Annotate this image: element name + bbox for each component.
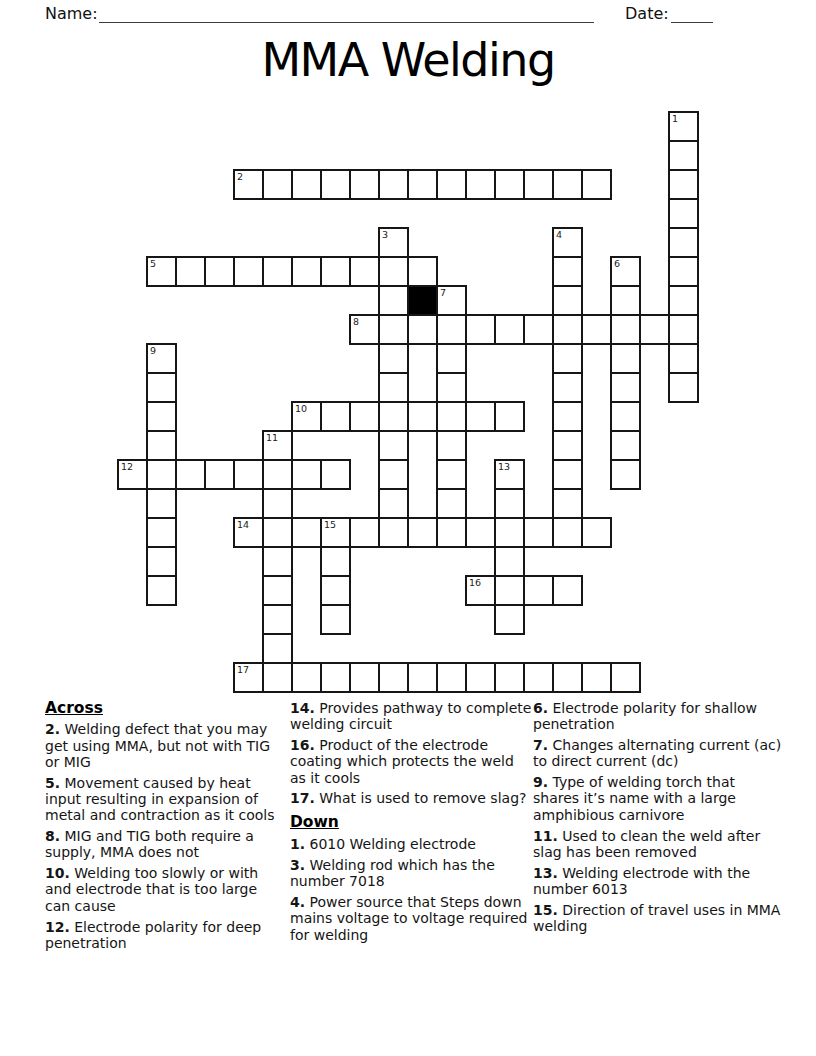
grid-cell-r19-c16[interactable]: [581, 662, 612, 693]
grid-cell-r15-c5[interactable]: [262, 546, 293, 577]
grid-cell-r5-c6[interactable]: [291, 256, 322, 287]
grid-cell-r15-c1[interactable]: [146, 546, 177, 577]
grid-cell-r13-c9[interactable]: [378, 488, 409, 519]
grid-cell-r5-c2[interactable]: [175, 256, 206, 287]
grid-cell-r12-c6[interactable]: [291, 459, 322, 490]
grid-cell-r10-c6[interactable]: 10: [291, 401, 322, 432]
grid-cell-r14-c4[interactable]: 14: [233, 517, 264, 548]
grid-cell-r19-c4[interactable]: 17: [233, 662, 264, 693]
clue-across-8: 8. MIG and TIG both require a supply, MM…: [45, 828, 285, 861]
clue-column-2: 14. Provides pathway to complete welding…: [290, 700, 533, 947]
grid-cell-r18-c5[interactable]: [262, 633, 293, 664]
clue-column-1: Across2. Welding defect that you may get…: [45, 700, 285, 956]
grid-cell-r1-c19[interactable]: [668, 140, 699, 171]
grid-cell-r0-c19[interactable]: 1: [668, 111, 699, 142]
grid-cell-r17-c13[interactable]: [494, 604, 525, 635]
grid-cell-r19-c11[interactable]: [436, 662, 467, 693]
grid-cell-r13-c1[interactable]: [146, 488, 177, 519]
grid-cell-r7-c16[interactable]: [581, 314, 612, 345]
grid-cell-r12-c5[interactable]: [262, 459, 293, 490]
grid-cell-r14-c6[interactable]: [291, 517, 322, 548]
grid-cell-r6-c15[interactable]: [552, 285, 583, 316]
cell-number-16: 16: [469, 577, 481, 588]
grid-cell-r2-c5[interactable]: [262, 169, 293, 200]
clue-across-12: 12. Electrode polarity for deep penetrat…: [45, 919, 285, 952]
grid-cell-r4-c15[interactable]: 4: [552, 227, 583, 258]
cell-number-7: 7: [440, 287, 446, 298]
cell-number-2: 2: [237, 171, 243, 182]
grid-cell-r7-c19[interactable]: [668, 314, 699, 345]
grid-cell-r10-c9[interactable]: [378, 401, 409, 432]
grid-cell-r2-c13[interactable]: [494, 169, 525, 200]
grid-cell-r16-c1[interactable]: [146, 575, 177, 606]
grid-cell-r14-c9[interactable]: [378, 517, 409, 548]
grid-cell-r7-c10[interactable]: [407, 314, 438, 345]
grid-cell-r17-c7[interactable]: [320, 604, 351, 635]
grid-cell-r14-c1[interactable]: [146, 517, 177, 548]
grid-cell-r14-c15[interactable]: [552, 517, 583, 548]
grid-cell-r5-c9[interactable]: [378, 256, 409, 287]
grid-cell-r19-c7[interactable]: [320, 662, 351, 693]
grid-cell-r12-c0[interactable]: 12: [117, 459, 148, 490]
grid-cell-r7-c12[interactable]: [465, 314, 496, 345]
cell-number-9: 9: [150, 345, 156, 356]
grid-cell-r4-c9[interactable]: 3: [378, 227, 409, 258]
clue-down-9: 9. Type of welding torch that shares it’…: [533, 774, 783, 823]
grid-cell-r2-c15[interactable]: [552, 169, 583, 200]
grid-cell-r15-c13[interactable]: [494, 546, 525, 577]
clue-across-14: 14. Provides pathway to complete welding…: [290, 700, 533, 733]
grid-cell-r14-c11[interactable]: [436, 517, 467, 548]
grid-cell-r7-c9[interactable]: [378, 314, 409, 345]
clue-column-3: 6. Electrode polarity for shallow penetr…: [533, 700, 783, 939]
grid-cell-r19-c6[interactable]: [291, 662, 322, 693]
grid-cell-r11-c15[interactable]: [552, 430, 583, 461]
grid-cell-r12-c7[interactable]: [320, 459, 351, 490]
grid-cell-r9-c17[interactable]: [610, 372, 641, 403]
grid-cell-r12-c3[interactable]: [204, 459, 235, 490]
grid-cell-r12-c11[interactable]: [436, 459, 467, 490]
clue-down-6: 6. Electrode polarity for shallow penetr…: [533, 700, 783, 733]
clue-across-5: 5. Movement caused by heat input resulti…: [45, 775, 285, 824]
grid-cell-r8-c17[interactable]: [610, 343, 641, 374]
clue-across-10: 10. Welding too slowly or with and elect…: [45, 865, 285, 914]
grid-cell-r2-c11[interactable]: [436, 169, 467, 200]
grid-cell-r12-c4[interactable]: [233, 459, 264, 490]
grid-cell-r8-c15[interactable]: [552, 343, 583, 374]
grid-cell-r19-c9[interactable]: [378, 662, 409, 693]
across-heading: Across: [45, 700, 285, 716]
grid-cell-r7-c11[interactable]: [436, 314, 467, 345]
cell-number-6: 6: [614, 258, 620, 269]
grid-cell-r5-c8[interactable]: [349, 256, 380, 287]
grid-cell-r14-c5[interactable]: [262, 517, 293, 548]
grid-cell-r10-c10[interactable]: [407, 401, 438, 432]
grid-cell-r6-c17[interactable]: [610, 285, 641, 316]
page-title: MMA Welding: [0, 33, 816, 87]
grid-cell-r12-c15[interactable]: [552, 459, 583, 490]
grid-cell-r14-c7[interactable]: 15: [320, 517, 351, 548]
name-input-line[interactable]: [99, 1, 594, 23]
grid-cell-r10-c13[interactable]: [494, 401, 525, 432]
grid-cell-r14-c14[interactable]: [523, 517, 554, 548]
black-cell-r6-c10: [407, 285, 438, 316]
grid-cell-r2-c7[interactable]: [320, 169, 351, 200]
grid-cell-r2-c16[interactable]: [581, 169, 612, 200]
grid-cell-r6-c9[interactable]: [378, 285, 409, 316]
down-heading: Down: [290, 814, 533, 830]
grid-cell-r3-c19[interactable]: [668, 198, 699, 229]
grid-cell-r9-c11[interactable]: [436, 372, 467, 403]
grid-cell-r13-c5[interactable]: [262, 488, 293, 519]
grid-cell-r9-c9[interactable]: [378, 372, 409, 403]
grid-cell-r5-c5[interactable]: [262, 256, 293, 287]
cell-number-13: 13: [498, 461, 510, 472]
grid-cell-r17-c5[interactable]: [262, 604, 293, 635]
grid-cell-r2-c8[interactable]: [349, 169, 380, 200]
grid-cell-r16-c12[interactable]: 16: [465, 575, 496, 606]
grid-cell-r16-c7[interactable]: [320, 575, 351, 606]
grid-cell-r7-c17[interactable]: [610, 314, 641, 345]
grid-cell-r8-c1[interactable]: 9: [146, 343, 177, 374]
grid-cell-r5-c15[interactable]: [552, 256, 583, 287]
cell-number-3: 3: [382, 229, 388, 240]
grid-cell-r14-c13[interactable]: [494, 517, 525, 548]
grid-cell-r12-c1[interactable]: [146, 459, 177, 490]
grid-cell-r8-c11[interactable]: [436, 343, 467, 374]
date-input-line[interactable]: [671, 1, 713, 23]
cell-number-5: 5: [150, 258, 156, 269]
grid-cell-r11-c17[interactable]: [610, 430, 641, 461]
grid-cell-r10-c7[interactable]: [320, 401, 351, 432]
grid-cell-r12-c13[interactable]: 13: [494, 459, 525, 490]
grid-cell-r7-c14[interactable]: [523, 314, 554, 345]
grid-cell-r7-c15[interactable]: [552, 314, 583, 345]
grid-cell-r10-c8[interactable]: [349, 401, 380, 432]
grid-cell-r6-c19[interactable]: [668, 285, 699, 316]
grid-cell-r10-c12[interactable]: [465, 401, 496, 432]
grid-cell-r8-c9[interactable]: [378, 343, 409, 374]
name-label: Name:: [45, 4, 98, 23]
grid-cell-r10-c15[interactable]: [552, 401, 583, 432]
clue-down-7: 7. Changes alternating current (ac) to d…: [533, 737, 783, 770]
grid-cell-r11-c1[interactable]: [146, 430, 177, 461]
cell-number-15: 15: [324, 519, 336, 530]
grid-cell-r5-c7[interactable]: [320, 256, 351, 287]
grid-cell-r10-c1[interactable]: [146, 401, 177, 432]
grid-cell-r9-c15[interactable]: [552, 372, 583, 403]
grid-cell-r12-c17[interactable]: [610, 459, 641, 490]
grid-cell-r5-c17[interactable]: 6: [610, 256, 641, 287]
clue-across-16: 16. Product of the electrode coating whi…: [290, 737, 533, 786]
grid-cell-r19-c15[interactable]: [552, 662, 583, 693]
grid-cell-r7-c13[interactable]: [494, 314, 525, 345]
grid-cell-r2-c4[interactable]: 2: [233, 169, 264, 200]
grid-cell-r16-c14[interactable]: [523, 575, 554, 606]
grid-cell-r19-c5[interactable]: [262, 662, 293, 693]
grid-cell-r19-c12[interactable]: [465, 662, 496, 693]
grid-cell-r5-c19[interactable]: [668, 256, 699, 287]
grid-cell-r5-c1[interactable]: 5: [146, 256, 177, 287]
cell-number-12: 12: [121, 461, 133, 472]
grid-cell-r2-c19[interactable]: [668, 169, 699, 200]
grid-cell-r7-c8[interactable]: 8: [349, 314, 380, 345]
clue-down-13: 13. Welding electrode with the number 60…: [533, 865, 783, 898]
cell-number-4: 4: [556, 229, 562, 240]
grid-cell-r2-c6[interactable]: [291, 169, 322, 200]
date-label: Date:: [625, 4, 669, 23]
grid-cell-r10-c17[interactable]: [610, 401, 641, 432]
grid-cell-r2-c12[interactable]: [465, 169, 496, 200]
grid-cell-r9-c19[interactable]: [668, 372, 699, 403]
grid-cell-r14-c16[interactable]: [581, 517, 612, 548]
grid-cell-r2-c9[interactable]: [378, 169, 409, 200]
grid-cell-r5-c3[interactable]: [204, 256, 235, 287]
clue-down-3: 3. Welding rod which has the number 7018: [290, 857, 533, 890]
grid-cell-r14-c8[interactable]: [349, 517, 380, 548]
grid-cell-r11-c5[interactable]: 11: [262, 430, 293, 461]
grid-cell-r5-c10[interactable]: [407, 256, 438, 287]
grid-cell-r14-c10[interactable]: [407, 517, 438, 548]
cell-number-8: 8: [353, 316, 359, 327]
clue-down-1: 1. 6010 Welding electrode: [290, 836, 533, 852]
grid-cell-r11-c11[interactable]: [436, 430, 467, 461]
grid-cell-r19-c14[interactable]: [523, 662, 554, 693]
grid-cell-r19-c13[interactable]: [494, 662, 525, 693]
grid-cell-r16-c13[interactable]: [494, 575, 525, 606]
grid-cell-r13-c11[interactable]: [436, 488, 467, 519]
grid-cell-r19-c17[interactable]: [610, 662, 641, 693]
grid-cell-r8-c19[interactable]: [668, 343, 699, 374]
grid-cell-r12-c9[interactable]: [378, 459, 409, 490]
grid-cell-r2-c10[interactable]: [407, 169, 438, 200]
clue-down-11: 11. Used to clean the weld after slag ha…: [533, 828, 783, 861]
clue-across-2: 2. Welding defect that you may get using…: [45, 721, 285, 770]
grid-cell-r10-c11[interactable]: [436, 401, 467, 432]
grid-cell-r12-c2[interactable]: [175, 459, 206, 490]
grid-cell-r13-c13[interactable]: [494, 488, 525, 519]
grid-cell-r7-c18[interactable]: [639, 314, 670, 345]
grid-cell-r16-c5[interactable]: [262, 575, 293, 606]
grid-cell-r16-c15[interactable]: [552, 575, 583, 606]
clue-down-15: 15. Direction of travel uses in MMA weld…: [533, 902, 783, 935]
grid-cell-r2-c14[interactable]: [523, 169, 554, 200]
cell-number-14: 14: [237, 519, 249, 530]
clue-down-4: 4. Power source that Steps down mains vo…: [290, 894, 533, 943]
grid-cell-r6-c11[interactable]: 7: [436, 285, 467, 316]
cell-number-17: 17: [237, 664, 249, 675]
grid-cell-r5-c4[interactable]: [233, 256, 264, 287]
grid-cell-r15-c7[interactable]: [320, 546, 351, 577]
cell-number-10: 10: [295, 403, 307, 414]
grid-cell-r19-c10[interactable]: [407, 662, 438, 693]
grid-cell-r19-c8[interactable]: [349, 662, 380, 693]
crossword-grid: 1234567891011121314151617: [117, 111, 699, 693]
cell-number-11: 11: [266, 432, 278, 443]
grid-cell-r4-c19[interactable]: [668, 227, 699, 258]
clue-across-17: 17. What is used to remove slag?: [290, 790, 533, 806]
grid-cell-r14-c12[interactable]: [465, 517, 496, 548]
grid-cell-r9-c1[interactable]: [146, 372, 177, 403]
grid-cell-r11-c9[interactable]: [378, 430, 409, 461]
cell-number-1: 1: [672, 113, 678, 124]
grid-cell-r13-c15[interactable]: [552, 488, 583, 519]
